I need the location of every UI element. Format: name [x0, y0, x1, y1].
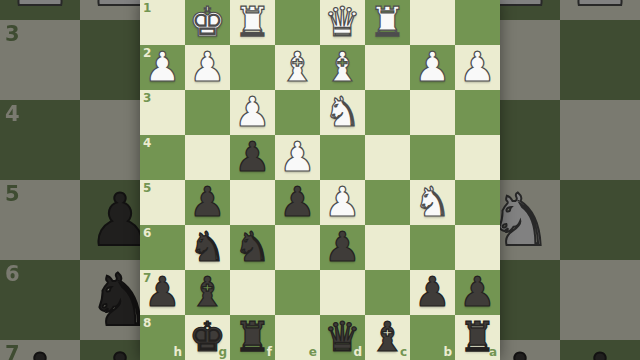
- square-a1[interactable]: [455, 0, 500, 45]
- square-e8[interactable]: e: [275, 315, 320, 360]
- video-frame: 1♚♜♛♜2♟♟♝♝♟♟3♟♞4♟♟5♟♟♟♞6♞♞♟7♟♝♟♟8hg♚f♜ed…: [0, 0, 640, 360]
- square-f8[interactable]: f♜: [230, 315, 275, 360]
- piece-white-pawn-h2: ♟: [8, 0, 73, 16]
- square-c6[interactable]: [365, 225, 410, 270]
- square-e5[interactable]: ♟: [275, 180, 320, 225]
- file-label-b: b: [443, 345, 452, 359]
- square-d4[interactable]: [320, 135, 365, 180]
- square-c1[interactable]: ♜: [365, 0, 410, 45]
- piece-black-pawn-b7[interactable]: ♟: [414, 272, 451, 313]
- square-f4[interactable]: ♟: [230, 135, 275, 180]
- square-f6[interactable]: ♞: [230, 225, 275, 270]
- square-a5[interactable]: [455, 180, 500, 225]
- square-b5[interactable]: ♞: [410, 180, 455, 225]
- rank-label-7: 7: [5, 342, 20, 360]
- square-g6[interactable]: ♞: [185, 225, 230, 270]
- piece-white-pawn-f3[interactable]: ♟: [234, 92, 271, 133]
- square-d3[interactable]: ♞: [320, 90, 365, 135]
- square-d8[interactable]: d♛: [320, 315, 365, 360]
- square-d5[interactable]: ♟: [320, 180, 365, 225]
- chess-board: 1♚♜♛♜2♟♟♝♝♟♟3♟♞4♟♟5♟♟♟♞6♞♞♟7♟♝♟♟8hg♚f♜ed…: [140, 0, 500, 360]
- rank-label-6: 6: [143, 226, 151, 240]
- file-label-g: g: [218, 345, 227, 359]
- piece-black-pawn-g5[interactable]: ♟: [189, 182, 226, 223]
- piece-white-pawn-a2[interactable]: ♟: [459, 47, 496, 88]
- square-c7[interactable]: [365, 270, 410, 315]
- square-h7[interactable]: 7♟: [140, 270, 185, 315]
- square-h5: 5: [0, 180, 80, 260]
- square-g1[interactable]: ♚: [185, 0, 230, 45]
- square-a2: ♟: [560, 0, 640, 20]
- file-label-c: c: [400, 345, 407, 359]
- square-a4[interactable]: [455, 135, 500, 180]
- square-f7[interactable]: [230, 270, 275, 315]
- piece-black-pawn-a7[interactable]: ♟: [459, 272, 496, 313]
- square-h6: 6: [0, 260, 80, 340]
- piece-black-pawn-d6[interactable]: ♟: [324, 227, 361, 268]
- piece-black-rook-f8[interactable]: ♜: [234, 317, 271, 358]
- file-label-a: a: [489, 345, 497, 359]
- file-label-e: e: [309, 345, 317, 359]
- square-a2[interactable]: ♟: [455, 45, 500, 90]
- square-a6: [560, 260, 640, 340]
- square-g7[interactable]: ♝: [185, 270, 230, 315]
- piece-white-bishop-d2[interactable]: ♝: [324, 47, 361, 88]
- square-b4[interactable]: [410, 135, 455, 180]
- piece-white-knight-d3[interactable]: ♞: [324, 92, 361, 133]
- square-g3[interactable]: [185, 90, 230, 135]
- square-h8[interactable]: 8h: [140, 315, 185, 360]
- square-a8[interactable]: a♜: [455, 315, 500, 360]
- square-b8[interactable]: b: [410, 315, 455, 360]
- piece-white-pawn-b2[interactable]: ♟: [414, 47, 451, 88]
- square-e7[interactable]: [275, 270, 320, 315]
- file-label-h: h: [173, 345, 182, 359]
- square-c8[interactable]: c♝: [365, 315, 410, 360]
- piece-black-knight-f6[interactable]: ♞: [234, 227, 271, 268]
- square-g5[interactable]: ♟: [185, 180, 230, 225]
- piece-white-rook-f1[interactable]: ♜: [234, 2, 271, 43]
- file-label-d: d: [353, 345, 362, 359]
- rank-label-6: 6: [5, 262, 20, 286]
- square-c5[interactable]: [365, 180, 410, 225]
- file-label-f: f: [267, 345, 272, 359]
- square-a5: [560, 180, 640, 260]
- square-g4[interactable]: [185, 135, 230, 180]
- piece-white-pawn-d5[interactable]: ♟: [324, 182, 361, 223]
- square-b2[interactable]: ♟: [410, 45, 455, 90]
- piece-black-pawn-f4[interactable]: ♟: [234, 137, 271, 178]
- square-b6[interactable]: [410, 225, 455, 270]
- rank-label-1: 1: [143, 1, 151, 15]
- square-h4: 4: [0, 100, 80, 180]
- piece-white-knight-b5[interactable]: ♞: [414, 182, 451, 223]
- piece-black-knight-g6[interactable]: ♞: [189, 227, 226, 268]
- piece-white-queen-d1[interactable]: ♛: [324, 2, 361, 43]
- square-c3[interactable]: [365, 90, 410, 135]
- square-h5[interactable]: 5: [140, 180, 185, 225]
- square-d1[interactable]: ♛: [320, 0, 365, 45]
- square-d2[interactable]: ♝: [320, 45, 365, 90]
- square-f2[interactable]: [230, 45, 275, 90]
- rank-label-3: 3: [143, 91, 151, 105]
- square-d7[interactable]: [320, 270, 365, 315]
- square-a4: [560, 100, 640, 180]
- square-h3: 3: [0, 20, 80, 100]
- square-e4[interactable]: ♟: [275, 135, 320, 180]
- square-g8[interactable]: g♚: [185, 315, 230, 360]
- piece-white-pawn-e4[interactable]: ♟: [279, 137, 316, 178]
- square-b3[interactable]: [410, 90, 455, 135]
- square-a6[interactable]: [455, 225, 500, 270]
- square-b7[interactable]: ♟: [410, 270, 455, 315]
- square-h4[interactable]: 4: [140, 135, 185, 180]
- square-c2[interactable]: [365, 45, 410, 90]
- piece-black-bishop-g7[interactable]: ♝: [189, 272, 226, 313]
- rank-label-5: 5: [143, 181, 151, 195]
- square-c4[interactable]: [365, 135, 410, 180]
- square-h3[interactable]: 3: [140, 90, 185, 135]
- square-d6[interactable]: ♟: [320, 225, 365, 270]
- square-e6[interactable]: [275, 225, 320, 270]
- square-a7: ♟: [560, 340, 640, 360]
- square-f3[interactable]: ♟: [230, 90, 275, 135]
- square-e3[interactable]: [275, 90, 320, 135]
- rank-label-7: 7: [143, 271, 151, 285]
- piece-white-king-g1[interactable]: ♚: [189, 2, 226, 43]
- square-h1[interactable]: 1: [140, 0, 185, 45]
- square-a7[interactable]: ♟: [455, 270, 500, 315]
- rank-label-2: 2: [143, 46, 151, 60]
- rank-label-3: 3: [5, 22, 20, 46]
- square-e1[interactable]: [275, 0, 320, 45]
- square-f5[interactable]: [230, 180, 275, 225]
- piece-black-pawn-e5[interactable]: ♟: [279, 182, 316, 223]
- square-h2: 2♟: [0, 0, 80, 20]
- rank-label-4: 4: [143, 136, 151, 150]
- piece-white-pawn-a2: ♟: [568, 0, 633, 16]
- square-a3[interactable]: [455, 90, 500, 135]
- piece-white-rook-c1[interactable]: ♜: [369, 2, 406, 43]
- piece-white-pawn-g2[interactable]: ♟: [189, 47, 226, 88]
- rank-label-5: 5: [5, 182, 20, 206]
- piece-white-bishop-e2[interactable]: ♝: [279, 47, 316, 88]
- square-h2[interactable]: 2♟: [140, 45, 185, 90]
- square-h6[interactable]: 6: [140, 225, 185, 270]
- square-b1[interactable]: [410, 0, 455, 45]
- rank-label-8: 8: [143, 316, 151, 330]
- square-e2[interactable]: ♝: [275, 45, 320, 90]
- square-h7: 7♟: [0, 340, 80, 360]
- square-g2[interactable]: ♟: [185, 45, 230, 90]
- square-a3: [560, 20, 640, 100]
- square-f1[interactable]: ♜: [230, 0, 275, 45]
- piece-black-pawn-a7: ♟: [568, 344, 633, 360]
- rank-label-4: 4: [5, 102, 20, 126]
